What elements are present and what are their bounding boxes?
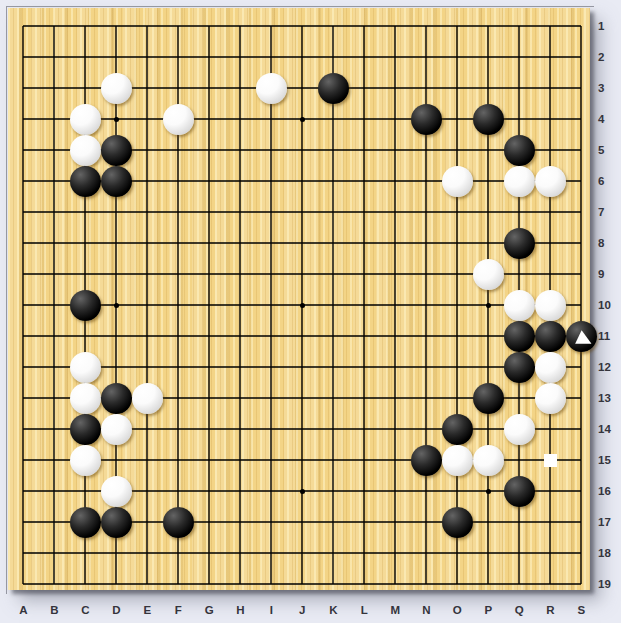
stone-white [473,259,504,290]
stone-black [442,507,473,538]
stone-black [504,135,535,166]
row-label-4: 4 [598,113,620,126]
row-label-15: 15 [598,454,620,467]
star-point [300,303,305,308]
row-label-10: 10 [598,299,620,312]
stone-black [101,135,132,166]
row-label-12: 12 [598,361,620,374]
stone-white [101,414,132,445]
stone-white [442,445,473,476]
column-label-P: P [478,604,498,617]
stone-black [163,507,194,538]
stone-white [256,73,287,104]
square-marker [544,454,557,467]
stone-white [70,104,101,135]
star-point [486,303,491,308]
stone-white [504,166,535,197]
stone-white [163,104,194,135]
stone-black [504,228,535,259]
stone-white [70,135,101,166]
goban[interactable] [8,8,590,590]
stone-black [70,290,101,321]
stone-black [70,507,101,538]
stone-white [535,383,566,414]
column-label-K: K [323,604,343,617]
star-point [300,117,305,122]
stone-white [535,352,566,383]
stone-white [442,166,473,197]
stone-black [442,414,473,445]
row-label-7: 7 [598,206,620,219]
stone-white [504,290,535,321]
stone-black [504,352,535,383]
stone-black [504,476,535,507]
go-app-screen: ABCDEFGHIJKLMNOPQRS 12345678910111213141… [0,0,621,623]
stone-white [70,445,101,476]
column-label-S: S [571,604,591,617]
column-label-B: B [44,604,64,617]
row-label-13: 13 [598,392,620,405]
row-label-1: 1 [598,20,620,33]
stone-black [535,321,566,352]
column-label-L: L [354,604,374,617]
stone-black [504,321,535,352]
column-label-I: I [261,604,281,617]
stone-black [70,166,101,197]
row-label-5: 5 [598,144,620,157]
column-label-M: M [385,604,405,617]
stone-black [318,73,349,104]
intersections-layer[interactable] [8,11,597,600]
stone-black [411,445,442,476]
stone-white [70,383,101,414]
star-point [114,117,119,122]
star-point [114,303,119,308]
stone-white [504,414,535,445]
stone-black [473,104,504,135]
column-label-J: J [292,604,312,617]
stone-white [473,445,504,476]
stone-white [535,166,566,197]
row-label-19: 19 [598,578,620,591]
column-label-F: F [168,604,188,617]
row-label-3: 3 [598,82,620,95]
stone-white [70,352,101,383]
column-label-N: N [416,604,436,617]
row-label-2: 2 [598,51,620,64]
row-label-16: 16 [598,485,620,498]
stone-white [101,476,132,507]
stone-white [101,73,132,104]
column-label-G: G [199,604,219,617]
column-label-Q: Q [509,604,529,617]
row-label-9: 9 [598,268,620,281]
row-label-18: 18 [598,547,620,560]
column-label-A: A [13,604,33,617]
row-label-14: 14 [598,423,620,436]
column-label-D: D [106,604,126,617]
stone-black [101,166,132,197]
column-label-C: C [75,604,95,617]
stone-black [473,383,504,414]
column-label-O: O [447,604,467,617]
stone-white [535,290,566,321]
row-label-6: 6 [598,175,620,188]
column-label-R: R [540,604,560,617]
row-label-8: 8 [598,237,620,250]
star-point [300,489,305,494]
stone-black [101,507,132,538]
row-label-11: 11 [598,330,620,343]
stone-black [101,383,132,414]
stone-black [411,104,442,135]
column-label-H: H [230,604,250,617]
stone-white [132,383,163,414]
stone-black [70,414,101,445]
column-label-E: E [137,604,157,617]
star-point [486,489,491,494]
row-label-17: 17 [598,516,620,529]
